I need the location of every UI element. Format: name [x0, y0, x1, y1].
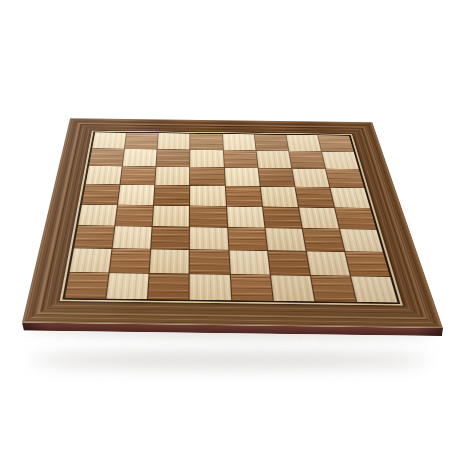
- square-a2: [70, 248, 112, 272]
- square-c6: [156, 167, 190, 185]
- square-e2: [229, 250, 269, 274]
- fillet-line: [62, 131, 400, 304]
- board-frame-left: [22, 118, 93, 323]
- square-e7: [223, 150, 257, 167]
- square-g2: [306, 251, 349, 275]
- square-h8: [318, 135, 354, 151]
- square-a4: [78, 204, 117, 225]
- square-g3: [302, 228, 343, 251]
- square-b1: [107, 273, 149, 299]
- square-g6: [292, 169, 329, 188]
- pinstripe-inlay: [60, 131, 403, 306]
- square-e8: [222, 134, 255, 150]
- square-c7: [157, 150, 190, 167]
- square-h5: [330, 188, 370, 208]
- square-c5: [154, 186, 189, 206]
- square-f7: [256, 151, 291, 168]
- square-c3: [152, 227, 190, 250]
- square-d4: [190, 206, 226, 227]
- photo-background: [0, 0, 458, 458]
- square-d6: [190, 167, 224, 185]
- square-h2: [345, 252, 390, 276]
- square-e5: [225, 186, 261, 206]
- square-c1: [148, 274, 189, 300]
- square-g4: [299, 207, 339, 228]
- playing-field: [65, 132, 398, 302]
- square-c4: [153, 205, 189, 226]
- square-d5: [190, 186, 225, 206]
- square-e6: [224, 168, 259, 186]
- square-a1: [65, 273, 109, 299]
- board-top-surface: [22, 118, 443, 328]
- square-e1: [230, 275, 272, 301]
- square-b6: [121, 167, 156, 185]
- square-b7: [123, 149, 157, 166]
- square-f6: [258, 168, 294, 187]
- square-d1: [190, 274, 231, 300]
- square-h6: [326, 169, 364, 188]
- square-b2: [110, 249, 151, 273]
- square-f4: [263, 207, 302, 228]
- square-c2: [150, 249, 189, 273]
- square-b5: [118, 185, 154, 205]
- chess-board-scene: [40, 28, 411, 385]
- square-a6: [86, 166, 122, 184]
- square-b8: [125, 133, 158, 149]
- inlay-outer-line: [58, 130, 404, 306]
- square-c8: [158, 133, 190, 149]
- square-b3: [113, 226, 152, 249]
- square-f5: [260, 187, 297, 207]
- square-g5: [295, 187, 333, 207]
- square-d2: [190, 250, 229, 274]
- square-a5: [82, 185, 119, 205]
- board-frame-right: [349, 122, 443, 328]
- square-a3: [74, 226, 114, 249]
- square-g7: [289, 151, 325, 168]
- square-f2: [268, 251, 310, 275]
- square-g1: [311, 276, 356, 302]
- square-a8: [92, 132, 126, 148]
- square-f3: [265, 228, 305, 251]
- square-e3: [228, 228, 267, 251]
- square-h3: [340, 229, 383, 252]
- square-d7: [191, 150, 224, 167]
- square-b4: [116, 205, 154, 226]
- square-h4: [335, 208, 376, 229]
- square-d3: [190, 227, 228, 250]
- square-h7: [322, 152, 359, 169]
- square-d8: [191, 134, 223, 150]
- square-g8: [286, 135, 321, 151]
- square-f8: [254, 134, 288, 150]
- square-h1: [351, 276, 398, 302]
- square-a7: [89, 149, 124, 166]
- square-f1: [271, 275, 315, 301]
- square-e4: [227, 206, 264, 227]
- chess-board: [22, 118, 443, 328]
